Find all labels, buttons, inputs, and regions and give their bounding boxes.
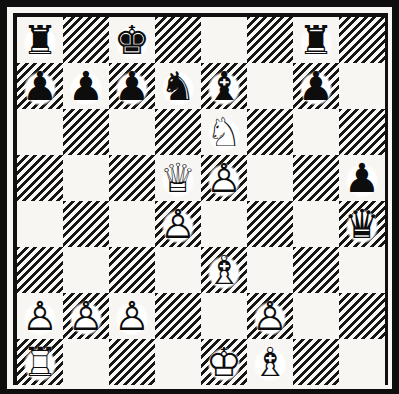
- square-b6: [63, 109, 109, 155]
- square-d5: ♕: [155, 155, 201, 201]
- square-b5: [63, 155, 109, 201]
- square-d7: ♞: [155, 63, 201, 109]
- chess-board: ♜♚♜♟♟♟♞♝♟♘♕♙♟♙♛♗♙♙♙♙♖♔♗: [17, 17, 385, 385]
- square-a7: ♟: [17, 63, 63, 109]
- square-f5: [247, 155, 293, 201]
- square-b2: ♙: [63, 293, 109, 339]
- chess-diagram: ♜♚♜♟♟♟♞♝♟♘♕♙♟♙♛♗♙♙♙♙♖♔♗: [0, 0, 399, 394]
- square-g4: [293, 201, 339, 247]
- square-b8: [63, 17, 109, 63]
- square-a8: ♜: [17, 17, 63, 63]
- square-c5: [109, 155, 155, 201]
- square-g2: [293, 293, 339, 339]
- square-b4: [63, 201, 109, 247]
- black-pawn-h5: ♟: [342, 155, 382, 201]
- square-d1: [155, 339, 201, 385]
- square-b3: [63, 247, 109, 293]
- square-h4: ♛: [339, 201, 385, 247]
- square-d4: ♙: [155, 201, 201, 247]
- square-e5: ♙: [201, 155, 247, 201]
- square-c6: [109, 109, 155, 155]
- square-f8: [247, 17, 293, 63]
- square-h3: [339, 247, 385, 293]
- black-pawn-g7: ♟: [296, 63, 336, 109]
- square-h7: [339, 63, 385, 109]
- square-f1: ♗: [247, 339, 293, 385]
- square-a2: ♙: [17, 293, 63, 339]
- square-e4: [201, 201, 247, 247]
- square-d8: [155, 17, 201, 63]
- square-b7: ♟: [63, 63, 109, 109]
- black-bishop-e7: ♝: [204, 63, 244, 109]
- square-d3: [155, 247, 201, 293]
- square-e3: ♗: [201, 247, 247, 293]
- square-b1: [63, 339, 109, 385]
- square-d6: [155, 109, 201, 155]
- square-c1: [109, 339, 155, 385]
- square-g3: [293, 247, 339, 293]
- square-c7: ♟: [109, 63, 155, 109]
- white-pawn-c2: ♙: [112, 293, 152, 339]
- square-a4: [17, 201, 63, 247]
- square-h6: [339, 109, 385, 155]
- square-d2: [155, 293, 201, 339]
- black-pawn-b7: ♟: [66, 63, 106, 109]
- white-pawn-b2: ♙: [66, 293, 106, 339]
- square-g7: ♟: [293, 63, 339, 109]
- black-rook-a8: ♜: [20, 17, 60, 63]
- square-h2: [339, 293, 385, 339]
- white-knight-e6: ♘: [204, 109, 244, 155]
- square-h1: [339, 339, 385, 385]
- square-e2: [201, 293, 247, 339]
- white-pawn-f2: ♙: [250, 293, 290, 339]
- white-pawn-a2: ♙: [20, 293, 60, 339]
- square-h5: ♟: [339, 155, 385, 201]
- white-pawn-d4: ♙: [158, 201, 198, 247]
- square-e8: [201, 17, 247, 63]
- square-g8: ♜: [293, 17, 339, 63]
- white-pawn-e5: ♙: [204, 155, 244, 201]
- square-g6: [293, 109, 339, 155]
- black-knight-d7: ♞: [158, 63, 198, 109]
- square-a5: [17, 155, 63, 201]
- square-c3: [109, 247, 155, 293]
- black-pawn-a7: ♟: [20, 63, 60, 109]
- square-c2: ♙: [109, 293, 155, 339]
- square-h8: [339, 17, 385, 63]
- square-e1: ♔: [201, 339, 247, 385]
- square-e6: ♘: [201, 109, 247, 155]
- white-rook-a1: ♖: [20, 339, 60, 385]
- black-pawn-c7: ♟: [112, 63, 152, 109]
- square-f7: [247, 63, 293, 109]
- square-a3: [17, 247, 63, 293]
- black-queen-h4: ♛: [342, 201, 382, 247]
- square-f4: [247, 201, 293, 247]
- square-a1: ♖: [17, 339, 63, 385]
- white-queen-d5: ♕: [158, 155, 198, 201]
- white-bishop-f1: ♗: [250, 339, 290, 385]
- square-c8: ♚: [109, 17, 155, 63]
- square-f3: [247, 247, 293, 293]
- black-rook-g8: ♜: [296, 17, 336, 63]
- square-g1: [293, 339, 339, 385]
- square-c4: [109, 201, 155, 247]
- black-king-c8: ♚: [112, 17, 152, 63]
- square-g5: [293, 155, 339, 201]
- square-f2: ♙: [247, 293, 293, 339]
- square-e7: ♝: [201, 63, 247, 109]
- white-bishop-e3: ♗: [204, 247, 244, 293]
- square-f6: [247, 109, 293, 155]
- square-a6: [17, 109, 63, 155]
- white-king-e1: ♔: [204, 339, 244, 385]
